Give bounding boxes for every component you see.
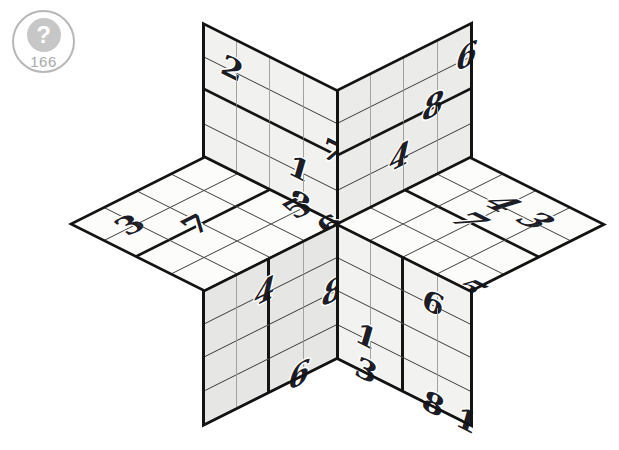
star-sudoku-board: 27186843756437548661381 (0, 0, 619, 450)
screenshot-root: ? 166 27186843756437548661381 (0, 0, 619, 450)
given-digit: 1 (454, 399, 475, 439)
